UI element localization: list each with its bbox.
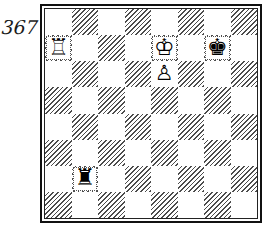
square-f3 <box>178 140 205 166</box>
square-h1 <box>231 192 258 218</box>
square-c1 <box>98 192 125 218</box>
square-d1 <box>125 192 152 218</box>
square-a5 <box>45 87 72 113</box>
square-d4 <box>125 114 152 140</box>
square-g3 <box>204 140 231 166</box>
square-a8 <box>45 9 72 35</box>
square-h7 <box>231 35 258 61</box>
square-e8 <box>151 9 178 35</box>
square-b4 <box>72 114 99 140</box>
square-h5 <box>231 87 258 113</box>
square-e3 <box>151 140 178 166</box>
white-rook-icon: ♖ <box>48 36 69 59</box>
square-e1 <box>151 192 178 218</box>
square-f5 <box>178 87 205 113</box>
square-a2 <box>45 166 72 192</box>
square-f1 <box>178 192 205 218</box>
square-a4 <box>45 114 72 140</box>
board-frame: ♖♔♚♙♜ <box>40 4 262 223</box>
square-b3 <box>72 140 99 166</box>
white-king-icon: ♔ <box>154 36 175 59</box>
square-h2 <box>231 166 258 192</box>
square-h3 <box>231 140 258 166</box>
square-c7 <box>98 35 125 61</box>
square-a6 <box>45 61 72 87</box>
square-g1 <box>204 192 231 218</box>
square-b6 <box>72 61 99 87</box>
square-g7: ♚ <box>204 35 231 61</box>
square-e7: ♔ <box>151 35 178 61</box>
square-h6 <box>231 61 258 87</box>
square-d7 <box>125 35 152 61</box>
square-d8 <box>125 9 152 35</box>
square-f8 <box>178 9 205 35</box>
square-e2 <box>151 166 178 192</box>
square-g6 <box>204 61 231 87</box>
square-f2 <box>178 166 205 192</box>
square-b5 <box>72 87 99 113</box>
square-c8 <box>98 9 125 35</box>
square-f4 <box>178 114 205 140</box>
white-pawn-icon: ♙ <box>155 63 174 84</box>
square-c6 <box>98 61 125 87</box>
square-a7: ♖ <box>45 35 72 61</box>
square-b7 <box>72 35 99 61</box>
square-c5 <box>98 87 125 113</box>
black-rook-icon: ♜ <box>74 166 95 189</box>
square-h4 <box>231 114 258 140</box>
square-h8 <box>231 9 258 35</box>
chess-diagram-page: 367 ♖♔♚♙♜ <box>0 0 264 225</box>
square-e4 <box>151 114 178 140</box>
square-e5 <box>151 87 178 113</box>
board-inner-frame: ♖♔♚♙♜ <box>44 8 258 219</box>
square-e6: ♙ <box>151 61 178 87</box>
square-a1 <box>45 192 72 218</box>
square-d5 <box>125 87 152 113</box>
square-d2 <box>125 166 152 192</box>
diagram-number: 367 <box>0 16 38 38</box>
square-c4 <box>98 114 125 140</box>
board: ♖♔♚♙♜ <box>45 9 257 218</box>
square-g8 <box>204 9 231 35</box>
square-b1 <box>72 192 99 218</box>
square-a3 <box>45 140 72 166</box>
square-g5 <box>204 87 231 113</box>
square-g4 <box>204 114 231 140</box>
square-d6 <box>125 61 152 87</box>
square-b2: ♜ <box>72 166 99 192</box>
black-king-icon: ♚ <box>207 36 228 59</box>
square-f6 <box>178 61 205 87</box>
square-d3 <box>125 140 152 166</box>
square-f7 <box>178 35 205 61</box>
square-c3 <box>98 140 125 166</box>
square-c2 <box>98 166 125 192</box>
square-b8 <box>72 9 99 35</box>
square-g2 <box>204 166 231 192</box>
